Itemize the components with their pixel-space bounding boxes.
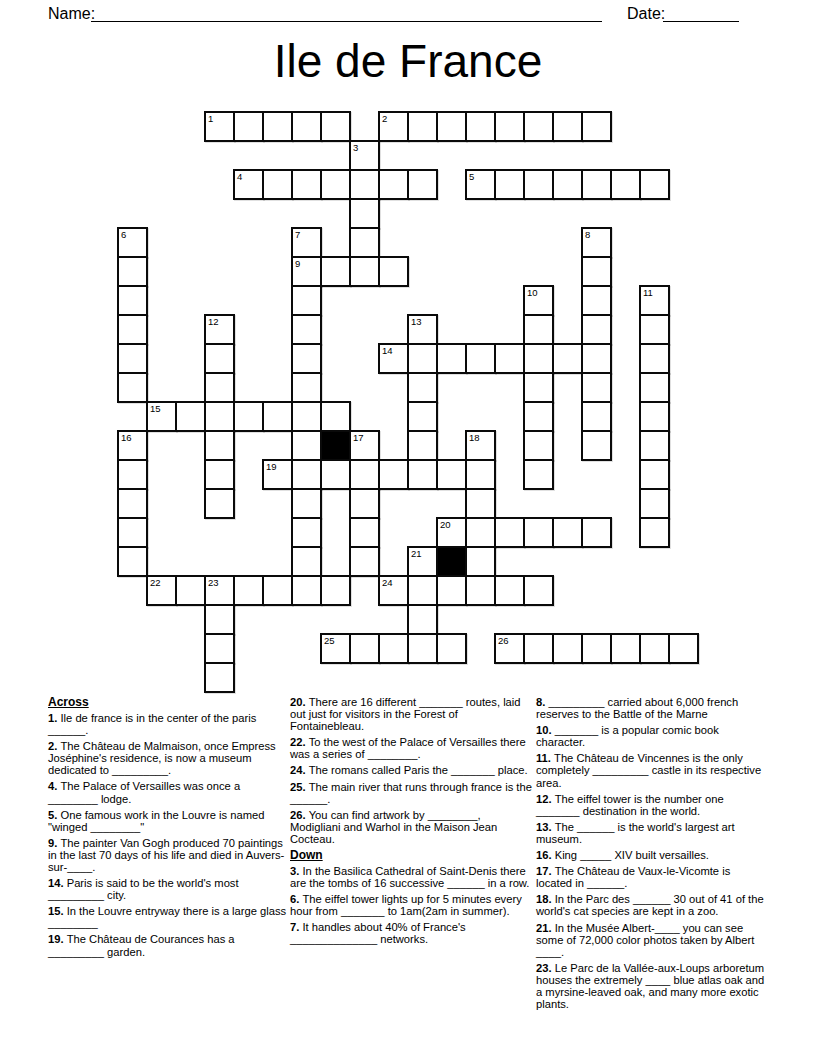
cell-number: 24 bbox=[382, 577, 393, 588]
grid-cell[interactable] bbox=[407, 169, 438, 200]
grid-cell[interactable] bbox=[639, 430, 670, 461]
down-header: Down bbox=[290, 849, 532, 862]
grid-cell[interactable] bbox=[320, 169, 351, 200]
cell-number: 17 bbox=[353, 432, 364, 443]
grid-cell[interactable] bbox=[291, 546, 322, 577]
cell-number: 4 bbox=[237, 171, 242, 182]
grid-cell[interactable] bbox=[349, 488, 380, 519]
clue-number: 10. bbox=[536, 724, 555, 736]
grid-cell[interactable] bbox=[378, 256, 409, 287]
clue-number: 19. bbox=[48, 933, 67, 945]
clue-number: 17. bbox=[536, 865, 555, 877]
grid-cell[interactable] bbox=[639, 372, 670, 403]
grid-cell[interactable] bbox=[465, 546, 496, 577]
clue-column-3: 8. _________ carried about 6,000 french … bbox=[536, 696, 768, 1014]
grid-cell[interactable] bbox=[291, 372, 322, 403]
grid-cell[interactable] bbox=[668, 633, 699, 664]
clue-13: 13. The ______ is the world's largest ar… bbox=[536, 821, 768, 845]
cell-number: 21 bbox=[411, 548, 422, 559]
grid-cell[interactable] bbox=[349, 633, 380, 664]
grid-cell[interactable] bbox=[117, 517, 148, 548]
grid-cell[interactable] bbox=[465, 575, 496, 606]
grid-cell[interactable]: 4 bbox=[233, 169, 264, 200]
clue-number: 23. bbox=[536, 962, 555, 974]
cell-number: 2 bbox=[382, 113, 387, 124]
clue-number: 22. bbox=[290, 736, 309, 748]
cell-number: 19 bbox=[266, 461, 277, 472]
grid-cell[interactable] bbox=[581, 314, 612, 345]
grid-cell[interactable] bbox=[291, 488, 322, 519]
clue-4: 4. The Palace of Versailles was once a _… bbox=[48, 780, 288, 804]
clue-number: 7. bbox=[290, 921, 302, 933]
grid-cell[interactable]: 14 bbox=[378, 343, 409, 374]
grid-cell[interactable] bbox=[291, 430, 322, 461]
grid-cell[interactable] bbox=[407, 633, 438, 664]
grid-cell[interactable] bbox=[204, 604, 235, 635]
grid-cell[interactable] bbox=[320, 256, 351, 287]
grid-cell[interactable]: 13 bbox=[407, 314, 438, 345]
clue-17: 17. The Château de Vaux-le-Vicomte is lo… bbox=[536, 865, 768, 889]
cell-number: 16 bbox=[121, 432, 132, 443]
grid-cell[interactable] bbox=[639, 314, 670, 345]
clue-5: 5. One famous work in the Louvre is name… bbox=[48, 809, 288, 833]
grid-cell[interactable] bbox=[233, 401, 264, 432]
grid-cell[interactable] bbox=[523, 314, 554, 345]
cell-number: 23 bbox=[208, 577, 219, 588]
grid-cell[interactable] bbox=[407, 430, 438, 461]
cell-number: 6 bbox=[121, 229, 126, 240]
grid-cell[interactable] bbox=[291, 401, 322, 432]
grid-cell[interactable] bbox=[378, 169, 409, 200]
worksheet-page: Name: Date: Ile de France 12345678910111… bbox=[0, 0, 816, 1056]
clue-15: 15. In the Louvre entryway there is a la… bbox=[48, 905, 288, 929]
clue-number: 3. bbox=[290, 865, 302, 877]
grid-cell[interactable]: 15 bbox=[146, 401, 177, 432]
grid-cell[interactable]: 12 bbox=[204, 314, 235, 345]
clue-14: 14. Paris is said to be the world's most… bbox=[48, 877, 288, 901]
grid-cell[interactable] bbox=[233, 111, 264, 142]
grid-cell[interactable] bbox=[233, 575, 264, 606]
clue-column-1: Across1. Ile de france is in the center … bbox=[48, 696, 288, 962]
clue-25: 25. The main river that runs through fra… bbox=[290, 781, 532, 805]
grid-cell[interactable] bbox=[349, 546, 380, 577]
grid-cell[interactable] bbox=[349, 459, 380, 490]
grid-cell[interactable]: 5 bbox=[465, 169, 496, 200]
clue-number: 15. bbox=[48, 905, 67, 917]
grid-cell[interactable] bbox=[581, 517, 612, 548]
grid-cell[interactable] bbox=[494, 343, 525, 374]
clue-number: 12. bbox=[536, 793, 555, 805]
clue-21: 21. In the Musée Albert-____ you can see… bbox=[536, 922, 768, 958]
grid-cell[interactable] bbox=[523, 517, 554, 548]
clue-18: 18. In the Parc des ______ 30 out of 41 … bbox=[536, 893, 768, 917]
cell-number: 3 bbox=[353, 142, 358, 153]
grid-cell[interactable]: 7 bbox=[291, 227, 322, 258]
grid-cell[interactable] bbox=[581, 169, 612, 200]
clue-number: 11. bbox=[536, 752, 554, 764]
grid-cell[interactable] bbox=[494, 169, 525, 200]
grid-cell[interactable] bbox=[349, 517, 380, 548]
grid-cell[interactable]: 19 bbox=[262, 459, 293, 490]
grid-cell[interactable]: 9 bbox=[291, 256, 322, 287]
grid-cell[interactable] bbox=[581, 343, 612, 374]
grid-cell[interactable] bbox=[349, 256, 380, 287]
grid-cell[interactable] bbox=[465, 111, 496, 142]
grid-cell[interactable] bbox=[523, 111, 554, 142]
clue-9: 9. The painter Van Gogh produced 70 pain… bbox=[48, 837, 288, 873]
grid-cell[interactable] bbox=[581, 633, 612, 664]
grid-cell[interactable] bbox=[523, 633, 554, 664]
clue-7: 7. It handles about 40% of France's ____… bbox=[290, 921, 532, 945]
across-header: Across bbox=[48, 696, 288, 709]
grid-cell[interactable]: 25 bbox=[320, 633, 351, 664]
clue-number: 16. bbox=[536, 849, 555, 861]
grid-cell[interactable] bbox=[552, 343, 583, 374]
grid-cell[interactable] bbox=[175, 575, 206, 606]
grid-cell[interactable] bbox=[204, 372, 235, 403]
grid-cell[interactable] bbox=[523, 343, 554, 374]
cell-number: 9 bbox=[295, 258, 300, 269]
grid-cell[interactable] bbox=[117, 459, 148, 490]
grid-cell[interactable] bbox=[494, 111, 525, 142]
grid-cell[interactable] bbox=[407, 604, 438, 635]
grid-cell[interactable] bbox=[262, 169, 293, 200]
grid-cell[interactable] bbox=[320, 459, 351, 490]
clue-number: 20. bbox=[290, 696, 309, 708]
clue-2: 2. The Château de Malmaison, once Empres… bbox=[48, 740, 288, 776]
grid-cell[interactable] bbox=[552, 633, 583, 664]
cell-number: 8 bbox=[585, 229, 590, 240]
clue-8: 8. _________ carried about 6,000 french … bbox=[536, 696, 768, 720]
clue-22: 22. To the west of the Palace of Versail… bbox=[290, 736, 532, 760]
grid-cell[interactable] bbox=[581, 372, 612, 403]
grid-cell[interactable] bbox=[291, 285, 322, 316]
grid-cell[interactable] bbox=[262, 575, 293, 606]
grid-cell[interactable] bbox=[349, 198, 380, 229]
black-cell bbox=[436, 546, 467, 577]
grid-cell[interactable] bbox=[465, 517, 496, 548]
grid-cell[interactable] bbox=[204, 662, 235, 693]
clue-20: 20. There are 16 different _______ route… bbox=[290, 696, 532, 732]
cell-number: 5 bbox=[469, 171, 474, 182]
cell-number: 13 bbox=[411, 316, 422, 327]
grid-cell[interactable] bbox=[494, 575, 525, 606]
grid-cell[interactable] bbox=[378, 459, 409, 490]
clue-number: 6. bbox=[290, 893, 302, 905]
grid-cell[interactable] bbox=[639, 401, 670, 432]
grid-cell[interactable] bbox=[523, 459, 554, 490]
grid-cell[interactable] bbox=[436, 575, 467, 606]
grid-cell[interactable] bbox=[523, 430, 554, 461]
grid-cell[interactable] bbox=[117, 285, 148, 316]
grid-cell[interactable] bbox=[436, 343, 467, 374]
grid-cell[interactable] bbox=[407, 372, 438, 403]
grid-cell[interactable] bbox=[204, 343, 235, 374]
clue-number: 25. bbox=[290, 781, 309, 793]
grid-cell[interactable] bbox=[291, 314, 322, 345]
grid-cell[interactable] bbox=[436, 633, 467, 664]
grid-cell[interactable]: 16 bbox=[117, 430, 148, 461]
grid-cell[interactable] bbox=[523, 575, 554, 606]
cell-number: 12 bbox=[208, 316, 219, 327]
clue-number: 21. bbox=[536, 922, 555, 934]
grid-cell[interactable] bbox=[436, 111, 467, 142]
grid-cell[interactable] bbox=[378, 633, 409, 664]
grid-cell[interactable] bbox=[610, 169, 641, 200]
clue-19: 19. The Château de Courances has a _____… bbox=[48, 933, 288, 957]
grid-cell[interactable] bbox=[204, 430, 235, 461]
clue-number: 24. bbox=[290, 764, 309, 776]
grid-cell[interactable]: 10 bbox=[523, 285, 554, 316]
grid-cell[interactable] bbox=[552, 169, 583, 200]
grid-cell[interactable] bbox=[407, 401, 438, 432]
grid-cell[interactable] bbox=[581, 285, 612, 316]
cell-number: 10 bbox=[527, 287, 538, 298]
cell-number: 18 bbox=[469, 432, 480, 443]
clue-3: 3. In the Basilica Cathedral of Saint-De… bbox=[290, 865, 532, 889]
crossword-grid: 1234567891011121314151617181920212223242… bbox=[0, 0, 816, 700]
clue-number: 4. bbox=[48, 780, 60, 792]
grid-cell[interactable] bbox=[639, 633, 670, 664]
clue-number: 5. bbox=[48, 809, 60, 821]
grid-cell[interactable] bbox=[320, 111, 351, 142]
grid-cell[interactable] bbox=[117, 343, 148, 374]
grid-cell[interactable] bbox=[407, 111, 438, 142]
grid-cell[interactable]: 2 bbox=[378, 111, 409, 142]
grid-cell[interactable]: 21 bbox=[407, 546, 438, 577]
grid-cell[interactable]: 23 bbox=[204, 575, 235, 606]
cell-number: 1 bbox=[208, 113, 213, 124]
grid-cell[interactable] bbox=[204, 401, 235, 432]
grid-cell[interactable]: 26 bbox=[494, 633, 525, 664]
grid-cell[interactable]: 3 bbox=[349, 140, 380, 171]
grid-cell[interactable] bbox=[117, 314, 148, 345]
grid-cell[interactable] bbox=[291, 575, 322, 606]
grid-cell[interactable] bbox=[581, 401, 612, 432]
grid-cell[interactable] bbox=[639, 488, 670, 519]
clue-number: 14. bbox=[48, 877, 67, 889]
grid-cell[interactable] bbox=[407, 575, 438, 606]
clue-16: 16. King _____ XIV built versailles. bbox=[536, 849, 768, 861]
grid-cell[interactable] bbox=[639, 343, 670, 374]
clue-number: 13. bbox=[536, 821, 555, 833]
grid-cell[interactable] bbox=[465, 343, 496, 374]
clue-number: 9. bbox=[48, 837, 60, 849]
grid-cell[interactable]: 1 bbox=[204, 111, 235, 142]
clue-number: 1. bbox=[48, 712, 60, 724]
clue-number: 2. bbox=[48, 740, 60, 752]
cell-number: 15 bbox=[150, 403, 161, 414]
grid-cell[interactable] bbox=[581, 256, 612, 287]
clue-24: 24. The romans called Paris the _______ … bbox=[290, 764, 532, 776]
grid-cell[interactable] bbox=[552, 517, 583, 548]
grid-cell[interactable] bbox=[581, 430, 612, 461]
grid-cell[interactable] bbox=[523, 169, 554, 200]
clue-11: 11. The Château de Vincennes is the only… bbox=[536, 752, 768, 788]
grid-cell[interactable] bbox=[639, 169, 670, 200]
grid-cell[interactable] bbox=[117, 256, 148, 287]
clue-number: 26. bbox=[290, 809, 309, 821]
grid-cell[interactable] bbox=[320, 401, 351, 432]
cell-number: 20 bbox=[440, 519, 451, 530]
grid-cell[interactable]: 24 bbox=[378, 575, 409, 606]
grid-cell[interactable]: 11 bbox=[639, 285, 670, 316]
clue-column-2: 20. There are 16 different _______ route… bbox=[290, 696, 532, 950]
cell-number: 22 bbox=[150, 577, 161, 588]
grid-cell[interactable] bbox=[262, 401, 293, 432]
grid-cell[interactable] bbox=[407, 343, 438, 374]
clue-23: 23. Le Parc de la Vallée-aux-Loups arbor… bbox=[536, 962, 768, 1010]
clue-number: 18. bbox=[536, 893, 555, 905]
grid-cell[interactable] bbox=[175, 401, 206, 432]
black-cell bbox=[320, 430, 351, 461]
cell-number: 14 bbox=[382, 345, 393, 356]
grid-cell[interactable] bbox=[262, 111, 293, 142]
clue-1: 1. Ile de france is in the center of the… bbox=[48, 712, 288, 736]
grid-cell[interactable] bbox=[291, 517, 322, 548]
grid-cell[interactable] bbox=[117, 372, 148, 403]
grid-cell[interactable] bbox=[204, 459, 235, 490]
grid-cell[interactable] bbox=[523, 372, 554, 403]
grid-cell[interactable] bbox=[465, 459, 496, 490]
clue-12: 12. The eiffel tower is the number one _… bbox=[536, 793, 768, 817]
grid-cell[interactable] bbox=[320, 575, 351, 606]
grid-cell[interactable] bbox=[291, 459, 322, 490]
grid-cell[interactable] bbox=[291, 111, 322, 142]
cell-number: 26 bbox=[498, 635, 509, 646]
clue-10: 10. _______ is a popular comic book char… bbox=[536, 724, 768, 748]
grid-cell[interactable] bbox=[117, 546, 148, 577]
cell-number: 25 bbox=[324, 635, 335, 646]
clue-6: 6. The eiffel tower lights up for 5 minu… bbox=[290, 893, 532, 917]
grid-cell[interactable] bbox=[494, 517, 525, 548]
grid-cell[interactable] bbox=[610, 633, 641, 664]
grid-cell[interactable] bbox=[117, 488, 148, 519]
grid-cell[interactable] bbox=[407, 459, 438, 490]
cell-number: 7 bbox=[295, 229, 300, 240]
grid-cell[interactable] bbox=[204, 488, 235, 519]
grid-cell[interactable]: 17 bbox=[349, 430, 380, 461]
grid-cell[interactable] bbox=[581, 111, 612, 142]
grid-cell[interactable] bbox=[291, 169, 322, 200]
grid-cell[interactable] bbox=[552, 111, 583, 142]
grid-cell[interactable] bbox=[349, 169, 380, 200]
grid-cell[interactable]: 8 bbox=[581, 227, 612, 258]
grid-cell[interactable] bbox=[349, 227, 380, 258]
grid-cell[interactable]: 22 bbox=[146, 575, 177, 606]
cell-number: 11 bbox=[643, 287, 653, 298]
grid-cell[interactable] bbox=[523, 401, 554, 432]
grid-cell[interactable]: 20 bbox=[436, 517, 467, 548]
grid-cell[interactable] bbox=[436, 459, 467, 490]
grid-cell[interactable] bbox=[639, 459, 670, 490]
grid-cell[interactable] bbox=[291, 343, 322, 374]
grid-cell[interactable] bbox=[465, 488, 496, 519]
clue-number: 8. bbox=[536, 696, 548, 708]
grid-cell[interactable]: 18 bbox=[465, 430, 496, 461]
grid-cell[interactable] bbox=[204, 633, 235, 664]
clue-26: 26. You can find artwork by ________, Mo… bbox=[290, 809, 532, 845]
grid-cell[interactable] bbox=[639, 517, 670, 548]
grid-cell[interactable]: 6 bbox=[117, 227, 148, 258]
